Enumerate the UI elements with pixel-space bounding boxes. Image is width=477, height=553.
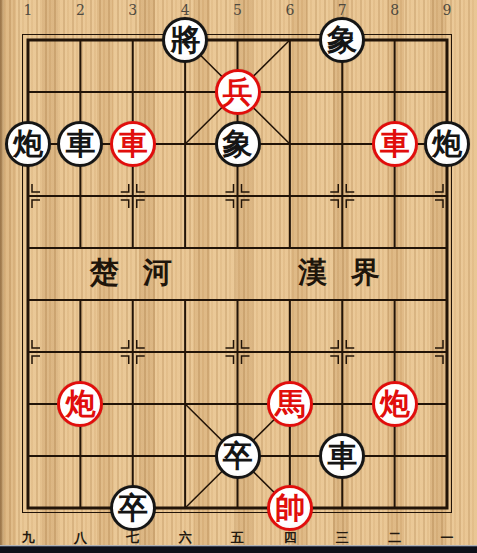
top-file-label-5: 5 (233, 2, 242, 18)
top-file-label-3: 3 (128, 2, 137, 18)
piece-black-象[interactable]: 象 (215, 121, 261, 167)
piece-black-卒[interactable]: 卒 (215, 433, 261, 479)
piece-red-兵[interactable]: 兵 (215, 69, 261, 115)
top-file-label-4: 4 (181, 2, 190, 18)
piece-black-炮[interactable]: 炮 (424, 121, 470, 167)
top-file-label-9: 9 (443, 2, 452, 18)
piece-black-將[interactable]: 將 (162, 17, 208, 63)
piece-black-象[interactable]: 象 (319, 17, 365, 63)
top-file-label-1: 1 (24, 2, 33, 18)
piece-black-車[interactable]: 車 (57, 121, 103, 167)
top-file-label-2: 2 (76, 2, 85, 18)
window-bottom-edge (0, 545, 477, 553)
piece-red-帥[interactable]: 帥 (267, 485, 313, 531)
piece-red-炮[interactable]: 炮 (57, 381, 103, 427)
top-file-label-7: 7 (338, 2, 347, 18)
piece-black-炮[interactable]: 炮 (5, 121, 51, 167)
piece-red-馬[interactable]: 馬 (267, 381, 313, 427)
top-file-label-8: 8 (390, 2, 399, 18)
piece-red-車[interactable]: 車 (110, 121, 156, 167)
piece-black-車[interactable]: 車 (319, 433, 365, 479)
river-label-chu-he: 楚河 (66, 253, 196, 293)
piece-black-卒[interactable]: 卒 (110, 485, 156, 531)
top-file-label-6: 6 (285, 2, 294, 18)
piece-red-炮[interactable]: 炮 (372, 381, 418, 427)
river-label-han-jie: 漢界 (274, 253, 404, 293)
xiangqi-app: 123456789 九八七六五四三二一 楚河 漢界 將象兵炮車車象車炮炮馬炮卒車… (0, 0, 477, 553)
piece-red-車[interactable]: 車 (372, 121, 418, 167)
